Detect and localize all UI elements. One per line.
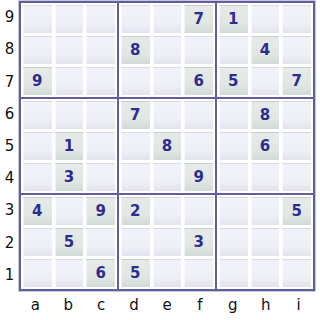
cell-g5[interactable] (219, 132, 248, 160)
row-label-2: 2 (0, 227, 19, 259)
cell-c7[interactable] (86, 67, 115, 95)
cell-i5[interactable] (282, 132, 311, 160)
cell-g6[interactable] (219, 101, 248, 129)
col-label-g: g (216, 291, 249, 320)
cell-a6[interactable] (23, 101, 52, 129)
cell-i4[interactable] (282, 163, 311, 191)
col-label-a: a (19, 291, 52, 320)
cell-e4[interactable] (153, 163, 182, 191)
row-label-6: 6 (0, 98, 19, 130)
cell-c5[interactable] (86, 132, 115, 160)
box-0-0: 9 (21, 3, 117, 97)
cell-f7[interactable]: 6 (184, 67, 213, 95)
cell-a1[interactable] (23, 259, 52, 287)
cell-e5[interactable]: 8 (153, 132, 182, 160)
cell-d9[interactable] (121, 5, 150, 33)
cell-c1[interactable]: 6 (86, 259, 115, 287)
row-label-3: 3 (0, 194, 19, 226)
cell-e2[interactable] (153, 228, 182, 256)
sudoku-board: 97861457137898649562355 (19, 1, 315, 291)
col-label-h: h (249, 291, 282, 320)
cell-b8[interactable] (55, 36, 84, 64)
cell-a5[interactable] (23, 132, 52, 160)
cell-i3[interactable]: 5 (282, 197, 311, 225)
cell-c2[interactable] (86, 228, 115, 256)
cell-e9[interactable] (153, 5, 182, 33)
cell-h9[interactable] (251, 5, 280, 33)
cell-h2[interactable] (251, 228, 280, 256)
cell-d3[interactable]: 2 (121, 197, 150, 225)
cell-d7[interactable] (121, 67, 150, 95)
cell-f3[interactable] (184, 197, 213, 225)
cell-h4[interactable] (251, 163, 280, 191)
cell-f1[interactable] (184, 259, 213, 287)
col-label-f: f (183, 291, 216, 320)
cell-d1[interactable]: 5 (121, 259, 150, 287)
box-1-1: 789 (119, 99, 215, 193)
col-label-e: e (151, 291, 184, 320)
cell-a7[interactable]: 9 (23, 67, 52, 95)
row-label-4: 4 (0, 162, 19, 194)
cell-g3[interactable] (219, 197, 248, 225)
col-label-d: d (118, 291, 151, 320)
cell-g2[interactable] (219, 228, 248, 256)
box-2-2: 5 (217, 195, 313, 289)
box-1-0: 13 (21, 99, 117, 193)
box-2-1: 235 (119, 195, 215, 289)
cell-h8[interactable]: 4 (251, 36, 280, 64)
cell-d8[interactable]: 8 (121, 36, 150, 64)
cell-c4[interactable] (86, 163, 115, 191)
cell-f6[interactable] (184, 101, 213, 129)
cell-d5[interactable] (121, 132, 150, 160)
cell-b7[interactable] (55, 67, 84, 95)
cell-i1[interactable] (282, 259, 311, 287)
cell-e1[interactable] (153, 259, 182, 287)
cell-b5[interactable]: 1 (55, 132, 84, 160)
cell-h7[interactable] (251, 67, 280, 95)
cell-g8[interactable] (219, 36, 248, 64)
box-1-2: 86 (217, 99, 313, 193)
cell-g4[interactable] (219, 163, 248, 191)
cell-i2[interactable] (282, 228, 311, 256)
cell-f4[interactable]: 9 (184, 163, 213, 191)
row-label-8: 8 (0, 33, 19, 65)
row-label-1: 1 (0, 259, 19, 291)
cell-g9[interactable]: 1 (219, 5, 248, 33)
box-0-1: 786 (119, 3, 215, 97)
cell-h1[interactable] (251, 259, 280, 287)
cell-h3[interactable] (251, 197, 280, 225)
cell-c3[interactable]: 9 (86, 197, 115, 225)
cell-e3[interactable] (153, 197, 182, 225)
col-label-b: b (52, 291, 85, 320)
cell-b6[interactable] (55, 101, 84, 129)
cell-d4[interactable] (121, 163, 150, 191)
cell-h6[interactable]: 8 (251, 101, 280, 129)
cell-e6[interactable] (153, 101, 182, 129)
box-0-2: 1457 (217, 3, 313, 97)
row-labels: 987654321 (0, 1, 19, 291)
cell-b4[interactable]: 3 (55, 163, 84, 191)
cell-e8[interactable] (153, 36, 182, 64)
cell-g7[interactable]: 5 (219, 67, 248, 95)
row-label-7: 7 (0, 65, 19, 97)
col-labels: abcdefghi (19, 291, 315, 320)
cell-a4[interactable] (23, 163, 52, 191)
cell-i8[interactable] (282, 36, 311, 64)
cell-a2[interactable] (23, 228, 52, 256)
cell-c6[interactable] (86, 101, 115, 129)
cell-d2[interactable] (121, 228, 150, 256)
col-label-i: i (282, 291, 315, 320)
cell-b1[interactable] (55, 259, 84, 287)
row-label-5: 5 (0, 130, 19, 162)
cell-i6[interactable] (282, 101, 311, 129)
cell-i9[interactable] (282, 5, 311, 33)
cell-c9[interactable] (86, 5, 115, 33)
cell-f5[interactable] (184, 132, 213, 160)
cell-f9[interactable]: 7 (184, 5, 213, 33)
cell-h5[interactable]: 6 (251, 132, 280, 160)
col-label-c: c (85, 291, 118, 320)
cell-i7[interactable]: 7 (282, 67, 311, 95)
cell-e7[interactable] (153, 67, 182, 95)
sudoku-page: 987654321 97861457137898649562355 abcdef… (0, 0, 320, 320)
cell-f8[interactable] (184, 36, 213, 64)
cell-b2[interactable]: 5 (55, 228, 84, 256)
box-2-0: 4956 (21, 195, 117, 289)
cell-d6[interactable]: 7 (121, 101, 150, 129)
cell-a3[interactable]: 4 (23, 197, 52, 225)
cell-a8[interactable] (23, 36, 52, 64)
cell-f2[interactable]: 3 (184, 228, 213, 256)
cell-g1[interactable] (219, 259, 248, 287)
row-label-9: 9 (0, 1, 19, 33)
cell-b9[interactable] (55, 5, 84, 33)
cell-b3[interactable] (55, 197, 84, 225)
cell-c8[interactable] (86, 36, 115, 64)
cell-a9[interactable] (23, 5, 52, 33)
